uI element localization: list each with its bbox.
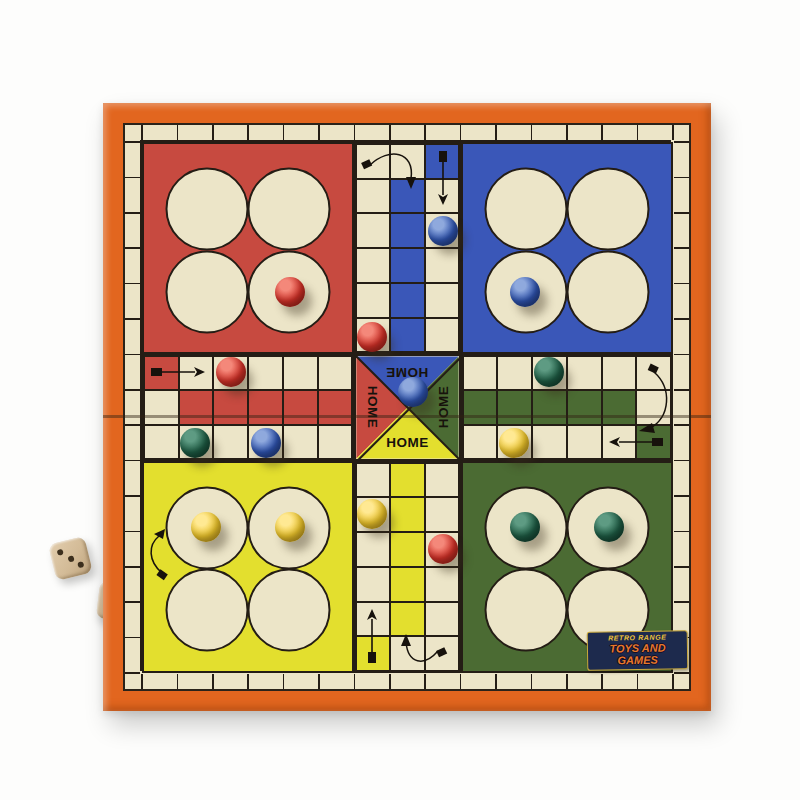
ring-tick <box>141 674 143 689</box>
ring-tick <box>601 125 603 140</box>
track-cell-8-15[interactable] <box>390 636 424 671</box>
ludo-board: HOME HOME HOME HOME <box>103 103 711 711</box>
yellow-home-cell-8-11[interactable] <box>390 497 424 532</box>
track-cell-7-5[interactable] <box>356 283 390 318</box>
yellow-pawn-track[interactable] <box>357 499 387 529</box>
blue-start-cell-9-1[interactable] <box>425 144 459 179</box>
ring-tick <box>674 318 689 320</box>
photo-background: HOME HOME HOME HOME <box>0 0 800 800</box>
track-cell-7-13[interactable] <box>356 567 390 602</box>
track-cell-9-2[interactable] <box>425 179 459 214</box>
ring-tick <box>460 125 462 140</box>
ring-tick <box>141 125 143 140</box>
blue-base-circle[interactable] <box>484 168 567 251</box>
track-cell-14-9[interactable] <box>602 425 637 459</box>
home-label-red: HOME <box>364 386 379 429</box>
ring-tick <box>424 125 426 140</box>
track-cell-7-2[interactable] <box>356 179 390 214</box>
green-home-cell-11-8[interactable] <box>497 390 532 424</box>
yellow-home-cell-8-12[interactable] <box>390 532 424 567</box>
red-home-cell-6-8[interactable] <box>318 390 353 424</box>
ring-tick <box>674 495 689 497</box>
green-home-cell-12-8[interactable] <box>532 390 567 424</box>
die-pip <box>77 561 84 568</box>
wooden-die-3[interactable] <box>48 536 93 581</box>
ring-tick <box>177 125 179 140</box>
home-label-green: HOME <box>436 386 451 429</box>
ring-tick <box>674 531 689 533</box>
ring-tick <box>674 283 689 285</box>
ring-tick <box>674 177 689 179</box>
red-base-circle[interactable] <box>165 250 248 333</box>
yellow-pawn-track[interactable] <box>499 428 529 458</box>
track-cell-13-7[interactable] <box>567 356 602 390</box>
ring-tick <box>672 674 674 689</box>
track-cell-3-9[interactable] <box>213 425 248 459</box>
track-cell-2-7[interactable] <box>179 356 214 390</box>
track-cell-15-8[interactable] <box>636 390 671 424</box>
ring-tick <box>125 601 140 603</box>
green-base-circle[interactable] <box>484 569 567 652</box>
blue-pawn-track[interactable] <box>251 428 281 458</box>
track-arm-left <box>142 354 354 460</box>
blue-base-circle[interactable] <box>567 250 650 333</box>
ring-tick <box>674 247 689 249</box>
ring-tick <box>125 283 140 285</box>
yellow-base-quadrant <box>142 461 354 673</box>
track-cell-7-12[interactable] <box>356 532 390 567</box>
ring-tick <box>674 354 689 356</box>
track-cell-1-8[interactable] <box>144 390 179 424</box>
track-cell-4-7[interactable] <box>248 356 283 390</box>
ring-tick <box>531 674 533 689</box>
track-cell-9-4[interactable] <box>425 248 459 283</box>
ring-tick <box>125 318 140 320</box>
die-pip <box>67 555 74 562</box>
ring-tick <box>125 637 140 639</box>
yellow-pawn-base[interactable] <box>191 512 221 542</box>
track-cell-14-7[interactable] <box>602 356 637 390</box>
ring-tick <box>637 125 639 140</box>
ring-tick <box>674 389 689 391</box>
track-cell-1-9[interactable] <box>144 425 179 459</box>
blue-home-cell-8-6[interactable] <box>390 318 424 353</box>
ring-tick <box>318 125 320 140</box>
ring-tick <box>674 424 689 426</box>
yellow-start-cell-7-15[interactable] <box>356 636 390 671</box>
track-cell-10-9[interactable] <box>463 425 498 459</box>
yellow-home-cell-8-13[interactable] <box>390 567 424 602</box>
blue-pawn-base[interactable] <box>510 277 540 307</box>
green-pawn-track[interactable] <box>534 357 564 387</box>
ring-tick <box>674 601 689 603</box>
track-cell-9-5[interactable] <box>425 283 459 318</box>
retro-range-label: RETRO RANGE TOYS AND GAMES <box>587 630 689 671</box>
red-home-cell-2-8[interactable] <box>179 390 214 424</box>
red-base-quadrant <box>142 142 354 354</box>
blue-home-cell-8-3[interactable] <box>390 213 424 248</box>
green-pawn-track[interactable] <box>180 428 210 458</box>
home-center: HOME HOME HOME HOME <box>354 354 460 460</box>
ring-tick <box>495 674 497 689</box>
track-cell-9-6[interactable] <box>425 318 459 353</box>
ring-tick <box>389 125 391 140</box>
ring-tick <box>601 674 603 689</box>
ring-tick <box>460 674 462 689</box>
green-pawn-base[interactable] <box>510 512 540 542</box>
track-cell-5-9[interactable] <box>283 425 318 459</box>
ring-tick <box>672 125 674 140</box>
track-cell-15-7[interactable] <box>636 356 671 390</box>
red-home-cell-5-8[interactable] <box>283 390 318 424</box>
ring-tick <box>125 566 140 568</box>
blue-home-cell-8-2[interactable] <box>390 179 424 214</box>
ring-tick <box>125 141 140 143</box>
ring-tick <box>674 566 689 568</box>
track-cell-13-9[interactable] <box>567 425 602 459</box>
track-cell-9-15[interactable] <box>425 636 459 671</box>
track-cell-6-9[interactable] <box>318 425 353 459</box>
track-cell-5-7[interactable] <box>283 356 318 390</box>
ring-tick <box>125 354 140 356</box>
track-cell-7-3[interactable] <box>356 213 390 248</box>
track-cell-6-7[interactable] <box>318 356 353 390</box>
ring-tick <box>177 674 179 689</box>
ring-tick <box>674 141 689 143</box>
ring-tick <box>424 674 426 689</box>
yellow-base-circle[interactable] <box>165 569 248 652</box>
ring-tick <box>125 424 140 426</box>
ring-tick <box>318 674 320 689</box>
blue-home-cell-8-5[interactable] <box>390 283 424 318</box>
ring-tick <box>125 389 140 391</box>
red-base-circle[interactable] <box>248 168 331 251</box>
ring-tick <box>125 177 140 179</box>
blue-base-circle[interactable] <box>567 168 650 251</box>
yellow-pawn-base[interactable] <box>275 512 305 542</box>
red-pawn-track[interactable] <box>428 534 458 564</box>
track-cell-8-1[interactable] <box>390 144 424 179</box>
ring-tick <box>283 125 285 140</box>
home-label-yellow: HOME <box>386 435 429 450</box>
track-arm-bottom <box>354 461 460 673</box>
ring-tick <box>674 460 689 462</box>
ring-tick <box>674 672 689 674</box>
red-home-cell-3-8[interactable] <box>213 390 248 424</box>
ring-tick <box>125 247 140 249</box>
ring-tick <box>674 212 689 214</box>
yellow-base-circle[interactable] <box>248 569 331 652</box>
red-base-circle[interactable] <box>165 168 248 251</box>
ring-tick <box>212 674 214 689</box>
yellow-home-cell-8-10[interactable] <box>390 463 424 498</box>
red-pawn-track[interactable] <box>216 357 246 387</box>
track-cell-10-7[interactable] <box>463 356 498 390</box>
track-cell-7-4[interactable] <box>356 248 390 283</box>
ring-tick <box>283 674 285 689</box>
green-home-cell-10-8[interactable] <box>463 390 498 424</box>
track-cell-9-14[interactable] <box>425 602 459 637</box>
green-start-cell-15-9[interactable] <box>636 425 671 459</box>
red-home-cell-4-8[interactable] <box>248 390 283 424</box>
ring-tick <box>125 672 140 674</box>
ring-tick <box>125 495 140 497</box>
blue-pawn-track[interactable] <box>428 216 458 246</box>
blue-home-cell-8-4[interactable] <box>390 248 424 283</box>
ring-tick <box>566 125 568 140</box>
track-cell-7-1[interactable] <box>356 144 390 179</box>
ring-tick <box>531 125 533 140</box>
ring-tick <box>247 674 249 689</box>
track-arm-right <box>461 354 673 460</box>
ring-tick <box>125 460 140 462</box>
track-cell-9-11[interactable] <box>425 497 459 532</box>
track-cell-11-7[interactable] <box>497 356 532 390</box>
ring-tick <box>637 674 639 689</box>
ring-tick <box>389 674 391 689</box>
die-pip <box>56 549 63 556</box>
blue-base-quadrant <box>461 142 673 354</box>
ring-tick <box>566 674 568 689</box>
green-pawn-base[interactable] <box>594 512 624 542</box>
green-home-cell-13-8[interactable] <box>567 390 602 424</box>
ring-tick <box>354 674 356 689</box>
track-cell-12-9[interactable] <box>532 425 567 459</box>
ring-tick <box>247 125 249 140</box>
red-pawn-track[interactable] <box>357 322 387 352</box>
toys-and-games-text: TOYS AND GAMES <box>589 641 686 667</box>
yellow-home-cell-8-14[interactable] <box>390 602 424 637</box>
red-start-cell-1-7[interactable] <box>144 356 179 390</box>
blue-pawn-center[interactable] <box>398 377 428 407</box>
ring-tick <box>495 125 497 140</box>
track-cell-9-10[interactable] <box>425 463 459 498</box>
board-playfield: HOME HOME HOME HOME <box>125 125 689 689</box>
ring-tick <box>125 531 140 533</box>
ring-tick <box>354 125 356 140</box>
ring-tick <box>125 212 140 214</box>
ring-tick <box>212 125 214 140</box>
track-cell-9-13[interactable] <box>425 567 459 602</box>
track-cell-7-10[interactable] <box>356 463 390 498</box>
track-cell-7-14[interactable] <box>356 602 390 637</box>
green-home-cell-14-8[interactable] <box>602 390 637 424</box>
